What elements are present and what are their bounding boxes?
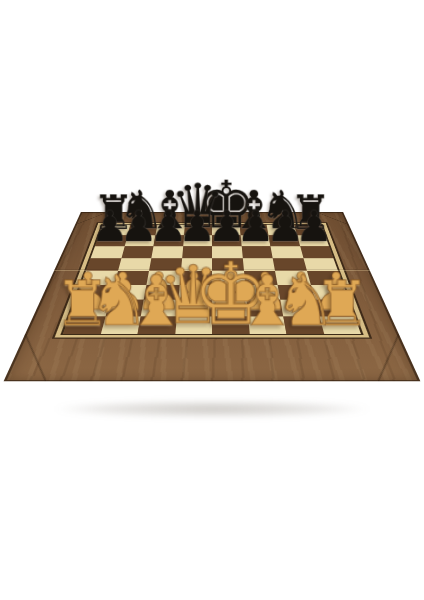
board-scene: ♜♞♝♛♚♝♞♜♟♟♟♟♟♟♟♟♟♟♟♟♟♟♟♟♜♞♝♛♚♝♞♜ (0, 0, 424, 600)
square-a6[interactable] (91, 246, 125, 258)
chess-board-squares: ♜♞♝♛♚♝♞♜♟♟♟♟♟♟♟♟♟♟♟♟♟♟♟♟♜♞♝♛♚♝♞♜ (60, 224, 363, 335)
square-g6[interactable] (270, 246, 303, 258)
frame-mitre-joint (4, 334, 63, 381)
square-b6[interactable] (121, 246, 154, 258)
piece-black-pawn[interactable]: ♟ (295, 207, 333, 246)
photo-stage: ♜♞♝♛♚♝♞♜♟♟♟♟♟♟♟♟♟♟♟♟♟♟♟♟♜♞♝♛♚♝♞♜ (0, 0, 424, 600)
square-h7[interactable]: ♟ (297, 235, 329, 246)
piece-white-bishop[interactable]: ♝ (125, 269, 187, 333)
square-h6[interactable] (300, 246, 334, 258)
frame-mitre-joint (361, 334, 420, 381)
square-c1[interactable]: ♝ (138, 316, 177, 334)
chess-board: ♜♞♝♛♚♝♞♜♟♟♟♟♟♟♟♟♟♟♟♟♟♟♟♟♜♞♝♛♚♝♞♜ (4, 212, 421, 381)
piece-white-knight[interactable]: ♞ (274, 269, 336, 333)
square-g1[interactable]: ♞ (283, 316, 323, 334)
